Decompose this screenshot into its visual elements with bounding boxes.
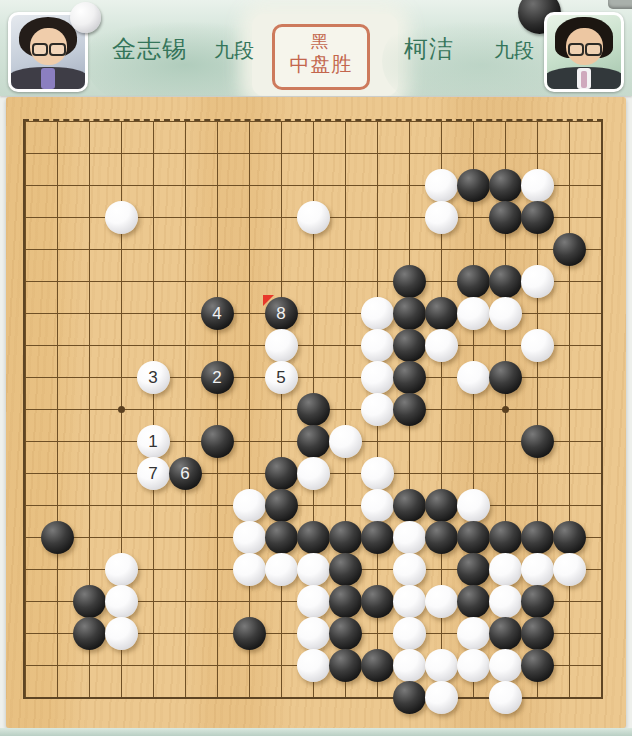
white-stone xyxy=(489,681,522,714)
bottom-strip xyxy=(0,728,632,736)
black-stone xyxy=(521,617,554,650)
black-stone xyxy=(425,297,458,330)
black-stone xyxy=(297,425,330,458)
black-stone xyxy=(393,489,426,522)
black-stone xyxy=(489,617,522,650)
white-stone xyxy=(297,457,330,490)
black-stone xyxy=(265,457,298,490)
white-stone xyxy=(393,553,426,586)
star-point xyxy=(502,406,509,413)
white-stone xyxy=(489,297,522,330)
black-stone xyxy=(393,393,426,426)
white-stone xyxy=(297,201,330,234)
left-player-rank: 九段 xyxy=(214,37,254,64)
move-number: 2 xyxy=(201,361,234,394)
white-stone xyxy=(361,297,394,330)
white-stone: 1 xyxy=(137,425,170,458)
white-stone: 7 xyxy=(137,457,170,490)
black-stone xyxy=(201,425,234,458)
white-stone xyxy=(521,265,554,298)
white-stone xyxy=(393,649,426,682)
go-board[interactable]: 48325176 xyxy=(6,97,626,728)
right-player-avatar[interactable] xyxy=(544,12,624,92)
black-stone xyxy=(73,585,106,618)
white-stone xyxy=(105,553,138,586)
black-stone xyxy=(489,521,522,554)
black-stone xyxy=(457,169,490,202)
white-stone xyxy=(489,553,522,586)
result-seal: 黑 中盘胜 xyxy=(272,24,370,90)
black-stone xyxy=(393,681,426,714)
white-stone xyxy=(425,169,458,202)
black-stone xyxy=(73,617,106,650)
white-stone-icon xyxy=(70,2,101,33)
right-player-name: 柯洁 xyxy=(404,33,454,65)
left-player-name: 金志锡 xyxy=(112,33,187,65)
result-method: 中盘胜 xyxy=(275,52,367,77)
white-stone xyxy=(361,361,394,394)
star-point xyxy=(118,406,125,413)
cropped-toolbar-button[interactable] xyxy=(608,0,632,9)
white-stone xyxy=(521,553,554,586)
black-stone xyxy=(329,585,362,618)
black-stone xyxy=(521,521,554,554)
black-stone xyxy=(521,201,554,234)
white-stone xyxy=(297,649,330,682)
white-stone xyxy=(265,329,298,362)
black-stone xyxy=(521,585,554,618)
black-stone xyxy=(41,521,74,554)
white-stone: 5 xyxy=(265,361,298,394)
black-stone xyxy=(393,329,426,362)
black-stone: 6 xyxy=(169,457,202,490)
black-stone xyxy=(553,233,586,266)
black-stone xyxy=(361,649,394,682)
white-stone xyxy=(393,585,426,618)
black-stone: 8 xyxy=(265,297,298,330)
white-stone xyxy=(425,201,458,234)
white-stone xyxy=(265,553,298,586)
glasses-icon xyxy=(32,43,49,56)
black-stone xyxy=(457,585,490,618)
move-number: 5 xyxy=(265,361,298,394)
glasses-icon xyxy=(568,43,585,56)
white-stone xyxy=(521,169,554,202)
move-number: 4 xyxy=(201,297,234,330)
black-stone xyxy=(329,553,362,586)
black-stone xyxy=(393,297,426,330)
white-stone xyxy=(393,617,426,650)
white-stone xyxy=(105,585,138,618)
black-stone xyxy=(361,521,394,554)
right-player-rank: 九段 xyxy=(494,37,534,64)
white-stone xyxy=(553,553,586,586)
match-header: 金志锡 九段 黑 中盘胜 柯洁 九段 xyxy=(0,0,632,96)
black-stone xyxy=(361,585,394,618)
white-stone xyxy=(425,649,458,682)
white-stone xyxy=(297,585,330,618)
black-stone xyxy=(489,201,522,234)
black-stone: 4 xyxy=(201,297,234,330)
move-number: 3 xyxy=(137,361,170,394)
black-stone xyxy=(425,489,458,522)
white-stone xyxy=(297,553,330,586)
white-stone xyxy=(393,521,426,554)
black-stone xyxy=(489,361,522,394)
black-stone xyxy=(425,521,458,554)
black-stone xyxy=(521,649,554,682)
white-stone: 3 xyxy=(137,361,170,394)
white-stone xyxy=(457,617,490,650)
black-stone xyxy=(329,649,362,682)
black-stone xyxy=(297,393,330,426)
white-stone xyxy=(457,489,490,522)
black-stone xyxy=(457,553,490,586)
white-stone xyxy=(457,297,490,330)
white-stone xyxy=(425,329,458,362)
black-stone xyxy=(393,265,426,298)
black-stone xyxy=(393,361,426,394)
glasses-icon xyxy=(49,43,66,56)
black-stone xyxy=(329,521,362,554)
white-stone xyxy=(425,681,458,714)
white-stone xyxy=(361,457,394,490)
white-stone xyxy=(457,649,490,682)
black-stone xyxy=(489,169,522,202)
black-stone: 2 xyxy=(201,361,234,394)
black-stone xyxy=(553,521,586,554)
white-stone xyxy=(297,617,330,650)
black-stone xyxy=(233,617,266,650)
move-number: 6 xyxy=(169,457,202,490)
white-stone xyxy=(457,361,490,394)
white-stone xyxy=(105,201,138,234)
black-stone xyxy=(329,617,362,650)
white-stone xyxy=(361,329,394,362)
glasses-icon xyxy=(585,43,602,56)
black-stone xyxy=(457,265,490,298)
black-stone xyxy=(265,521,298,554)
white-stone xyxy=(105,617,138,650)
black-stone xyxy=(489,265,522,298)
move-number: 7 xyxy=(137,457,170,490)
white-stone xyxy=(521,329,554,362)
right-avatar-photo xyxy=(547,15,621,89)
white-stone xyxy=(425,585,458,618)
black-stone xyxy=(265,489,298,522)
white-stone xyxy=(489,585,522,618)
white-stone xyxy=(361,489,394,522)
black-stone xyxy=(297,521,330,554)
move-number: 1 xyxy=(137,425,170,458)
black-stone xyxy=(521,425,554,458)
white-stone xyxy=(233,553,266,586)
white-stone xyxy=(233,489,266,522)
result-winner: 黑 xyxy=(275,32,367,52)
black-stone xyxy=(457,521,490,554)
white-stone xyxy=(233,521,266,554)
white-stone xyxy=(489,649,522,682)
move-number: 8 xyxy=(265,297,298,330)
white-stone xyxy=(361,393,394,426)
white-stone xyxy=(329,425,362,458)
avatar-shirt xyxy=(41,68,56,89)
avatar-tie xyxy=(581,71,587,87)
